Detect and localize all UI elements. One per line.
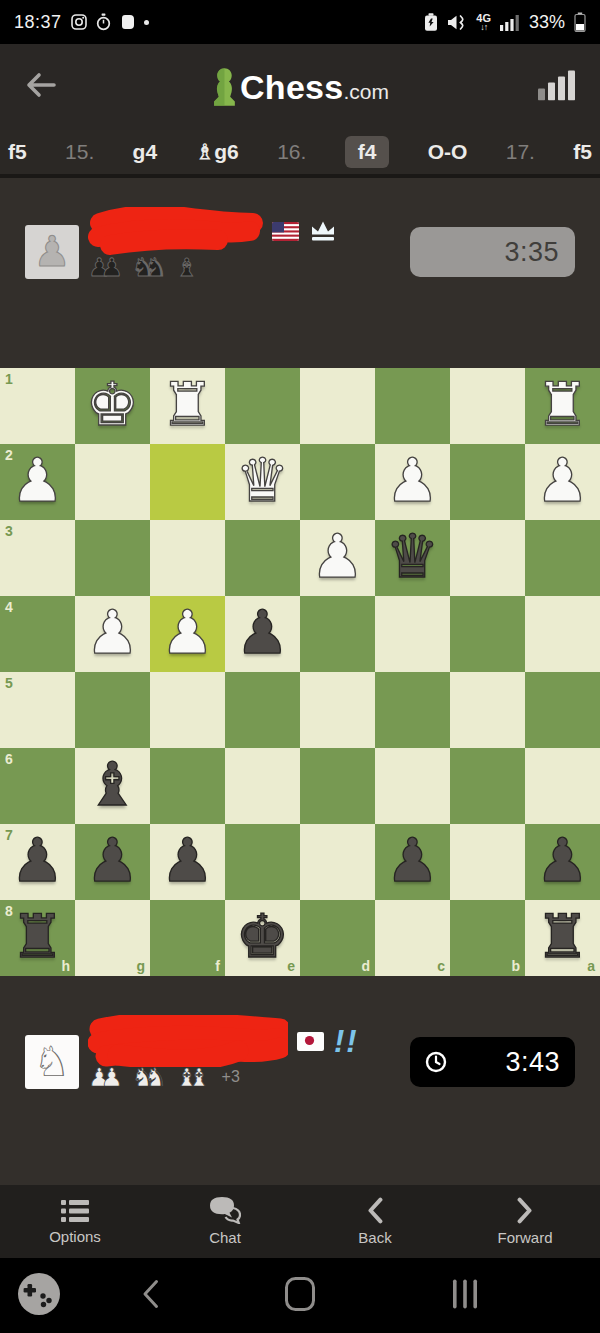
knight-avatar-icon: ♘ xyxy=(33,1041,71,1083)
square-e7[interactable] xyxy=(225,824,300,900)
notification-app-icon xyxy=(120,14,135,30)
forward-move-button[interactable]: Forward xyxy=(450,1185,600,1258)
square-h8[interactable]: 8h♜ xyxy=(0,900,75,976)
player-row-top: ♟ xyxy=(0,178,600,282)
chat-label: Chat xyxy=(209,1229,241,1246)
file-label-c: c xyxy=(437,958,445,974)
move-token[interactable]: f5 xyxy=(8,140,27,164)
rank-label-5: 5 xyxy=(5,675,13,691)
header-back-button[interactable] xyxy=(26,72,56,102)
square-b6[interactable] xyxy=(450,748,525,824)
redacted-name-scribble xyxy=(88,207,263,255)
forward-label: Forward xyxy=(497,1229,552,1246)
app-header: Chess .com xyxy=(0,44,600,130)
square-d7[interactable] xyxy=(300,824,375,900)
move-number: 15. xyxy=(65,140,94,164)
square-d5[interactable] xyxy=(300,672,375,748)
options-icon xyxy=(61,1199,89,1223)
captured-group-p: ♟♟ xyxy=(88,255,123,280)
square-f7[interactable]: ♟ xyxy=(150,824,225,900)
double-exclamation-annotation: !! xyxy=(334,1026,359,1057)
piece-wR-a1[interactable]: ♜ xyxy=(536,374,590,434)
square-b7[interactable] xyxy=(450,824,525,900)
game-toolbar: Options Chat Back Forward xyxy=(0,1185,600,1258)
options-label: Options xyxy=(49,1228,101,1245)
piece-bQ-c3[interactable]: ♛ xyxy=(386,526,440,586)
piece-wP-h2[interactable]: ♟ xyxy=(11,450,65,510)
square-d4[interactable] xyxy=(300,596,375,672)
rank-label-3: 3 xyxy=(5,523,13,539)
captured-piece-b: ♝ xyxy=(188,1065,210,1090)
back-move-button[interactable]: Back xyxy=(300,1185,450,1258)
square-f3[interactable] xyxy=(150,520,225,596)
square-c1[interactable] xyxy=(375,368,450,444)
piece-bP-h7[interactable]: ♟ xyxy=(11,830,65,890)
piece-wP-c2[interactable]: ♟ xyxy=(386,450,440,510)
back-arrow-icon xyxy=(26,72,56,98)
pawn-avatar-icon: ♟ xyxy=(33,231,71,273)
square-f6[interactable] xyxy=(150,748,225,824)
opponent-clock: 3:35 xyxy=(410,227,575,277)
mute-vibrate-icon xyxy=(447,14,467,31)
move-number: 17. xyxy=(506,140,535,164)
square-c2[interactable]: ♟ xyxy=(375,444,450,520)
piece-wQ-e2[interactable]: ♛ xyxy=(236,450,290,510)
move-token[interactable]: O-O xyxy=(428,140,468,164)
square-e2[interactable]: ♛ xyxy=(225,444,300,520)
notification-dot-icon xyxy=(144,20,149,25)
captured-group-p: ♟♟ xyxy=(88,1065,123,1090)
square-e1[interactable] xyxy=(225,368,300,444)
japan-flag-icon xyxy=(297,1032,324,1051)
status-bar: 18:37 4G ↓↑ 33% xyxy=(0,0,600,44)
rank-label-6: 6 xyxy=(5,751,13,767)
file-label-d: d xyxy=(361,958,370,974)
captured-piece-n: ♞ xyxy=(144,1065,166,1090)
piece-bK-e8[interactable]: ♚ xyxy=(236,906,290,966)
chess-board[interactable]: 1♚♜♜2♟♛♟♟3♟♛4♟♟♟56♝7♟♟♟♟♟8h♜gfe♚dcba♜ xyxy=(0,368,600,976)
file-label-b: b xyxy=(511,958,520,974)
square-g7[interactable]: ♟ xyxy=(75,824,150,900)
piece-bP-a7[interactable]: ♟ xyxy=(536,830,590,890)
piece-bP-f7[interactable]: ♟ xyxy=(161,830,215,890)
square-f8[interactable]: f xyxy=(150,900,225,976)
square-e4[interactable]: ♟ xyxy=(225,596,300,672)
game-tools-button[interactable] xyxy=(16,1271,62,1321)
square-h2[interactable]: 2♟ xyxy=(0,444,75,520)
chat-icon xyxy=(209,1197,241,1224)
square-h1[interactable]: 1 xyxy=(0,368,75,444)
square-f4[interactable]: ♟ xyxy=(150,596,225,672)
square-b2[interactable] xyxy=(450,444,525,520)
piece-wP-a2[interactable]: ♟ xyxy=(536,450,590,510)
square-a4[interactable] xyxy=(525,596,600,672)
network-4g-icon: 4G ↓↑ xyxy=(476,13,491,32)
logo-suffix: .com xyxy=(344,80,390,107)
rank-label-1: 1 xyxy=(5,371,13,387)
move-token[interactable]: f5 xyxy=(573,140,592,164)
piece-wR-f1[interactable]: ♜ xyxy=(161,374,215,434)
connection-bars-icon xyxy=(538,70,575,105)
chesscom-logo: Chess .com xyxy=(211,67,389,107)
logo-title: Chess xyxy=(240,68,344,107)
options-button[interactable]: Options xyxy=(0,1185,150,1258)
square-d2[interactable] xyxy=(300,444,375,520)
piece-bP-e4[interactable]: ♟ xyxy=(236,602,290,662)
captured-piece-p: ♟ xyxy=(100,255,122,280)
redacted-name-scribble xyxy=(88,1015,288,1067)
square-a8[interactable]: a♜ xyxy=(525,900,600,976)
square-h6[interactable]: 6 xyxy=(0,748,75,824)
captured-group-b: ♝ xyxy=(176,255,198,280)
piece-bR-a8[interactable]: ♜ xyxy=(536,906,590,966)
square-a1[interactable]: ♜ xyxy=(525,368,600,444)
piece-wP-f4[interactable]: ♟ xyxy=(161,602,215,662)
square-h5[interactable]: 5 xyxy=(0,672,75,748)
android-back-button[interactable] xyxy=(142,1279,159,1312)
square-d1[interactable] xyxy=(300,368,375,444)
square-h7[interactable]: 7♟ xyxy=(0,824,75,900)
square-a7[interactable]: ♟ xyxy=(525,824,600,900)
android-back-icon xyxy=(142,1279,159,1308)
square-f5[interactable] xyxy=(150,672,225,748)
square-c8[interactable]: c xyxy=(375,900,450,976)
piece-wK-g1[interactable]: ♚ xyxy=(86,374,140,434)
android-recents-icon xyxy=(452,1278,478,1309)
square-d3[interactable]: ♟ xyxy=(300,520,375,596)
captured-group-n: ♞♞ xyxy=(132,1065,167,1090)
android-recents-button[interactable] xyxy=(452,1278,478,1313)
gamepad-icon xyxy=(16,1271,62,1317)
square-f1[interactable]: ♜ xyxy=(150,368,225,444)
captured-group-b: ♝♝ xyxy=(176,1065,211,1090)
file-label-g: g xyxy=(136,958,145,974)
move-token[interactable]: g4 xyxy=(133,140,158,164)
move-list-bar[interactable]: f515.g4♗g616.f4O-O17.f5 xyxy=(0,130,600,178)
piece-bP-c7[interactable]: ♟ xyxy=(386,830,440,890)
us-flag-icon xyxy=(272,222,299,241)
square-e8[interactable]: e♚ xyxy=(225,900,300,976)
square-d8[interactable]: d xyxy=(300,900,375,976)
square-a6[interactable] xyxy=(525,748,600,824)
square-g5[interactable] xyxy=(75,672,150,748)
rank-label-4: 4 xyxy=(5,599,13,615)
square-g1[interactable]: ♚ xyxy=(75,368,150,444)
status-time: 18:37 xyxy=(14,12,62,33)
android-home-button[interactable] xyxy=(285,1276,316,1315)
move-number: 16. xyxy=(277,140,306,164)
back-label: Back xyxy=(358,1229,391,1246)
captured-pieces-top: ♟♟♞♞♝ xyxy=(88,252,410,282)
back-icon xyxy=(366,1197,384,1224)
battery-saver-icon xyxy=(424,13,438,31)
battery-icon xyxy=(574,12,586,32)
square-d6[interactable] xyxy=(300,748,375,824)
opponent-clock-time: 3:35 xyxy=(504,237,559,268)
piece-bP-g7[interactable]: ♟ xyxy=(86,830,140,890)
square-c4[interactable] xyxy=(375,596,450,672)
square-g8[interactable]: g xyxy=(75,900,150,976)
square-c7[interactable]: ♟ xyxy=(375,824,450,900)
piece-wP-d3[interactable]: ♟ xyxy=(311,526,365,586)
captured-group-n: ♞♞ xyxy=(132,255,167,280)
file-label-f: f xyxy=(215,958,220,974)
player-row-bottom: ♘ !! xyxy=(0,976,600,1092)
square-e6[interactable] xyxy=(225,748,300,824)
signal-bars-icon xyxy=(500,14,520,31)
piece-bR-h8[interactable]: ♜ xyxy=(11,906,65,966)
forward-icon xyxy=(516,1197,534,1224)
square-h3[interactable]: 3 xyxy=(0,520,75,596)
captured-piece-n: ♞ xyxy=(144,255,166,280)
square-g6[interactable]: ♝ xyxy=(75,748,150,824)
player-avatar[interactable]: ♘ xyxy=(25,1035,79,1089)
square-g3[interactable] xyxy=(75,520,150,596)
clock-icon xyxy=(425,1051,447,1073)
chat-button[interactable]: Chat xyxy=(150,1185,300,1258)
phone-screen: 18:37 4G ↓↑ 33% Chess .com xyxy=(0,0,600,1333)
square-b1[interactable] xyxy=(450,368,525,444)
square-f2[interactable] xyxy=(150,444,225,520)
opponent-avatar[interactable]: ♟ xyxy=(25,225,79,279)
player-clock: 3:43 xyxy=(410,1037,575,1087)
current-move[interactable]: f4 xyxy=(345,136,390,168)
square-c6[interactable] xyxy=(375,748,450,824)
square-g2[interactable] xyxy=(75,444,150,520)
square-g4[interactable]: ♟ xyxy=(75,596,150,672)
android-nav-bar xyxy=(0,1258,600,1333)
square-a5[interactable] xyxy=(525,672,600,748)
square-e5[interactable] xyxy=(225,672,300,748)
crown-badge-icon xyxy=(310,220,336,242)
captured-piece-b: ♝ xyxy=(176,255,198,280)
captured-piece-p: ♟ xyxy=(100,1065,122,1090)
square-c3[interactable]: ♛ xyxy=(375,520,450,596)
material-advantage: +3 xyxy=(222,1068,240,1086)
square-b3[interactable] xyxy=(450,520,525,596)
square-e3[interactable] xyxy=(225,520,300,596)
battery-percent: 33% xyxy=(529,12,565,33)
square-a3[interactable] xyxy=(525,520,600,596)
square-b4[interactable] xyxy=(450,596,525,672)
piece-bB-g6[interactable]: ♝ xyxy=(86,754,140,814)
square-h4[interactable]: 4 xyxy=(0,596,75,672)
player-clock-time: 3:43 xyxy=(505,1047,560,1078)
move-token[interactable]: ♗g6 xyxy=(195,140,238,164)
instagram-icon xyxy=(71,14,87,30)
square-a2[interactable]: ♟ xyxy=(525,444,600,520)
square-c5[interactable] xyxy=(375,672,450,748)
piece-wP-g4[interactable]: ♟ xyxy=(86,602,140,662)
player-area: ♘ !! xyxy=(0,976,600,1185)
pawn-logo-icon xyxy=(211,67,238,107)
android-home-icon xyxy=(285,1276,316,1311)
square-b5[interactable] xyxy=(450,672,525,748)
square-b8[interactable]: b xyxy=(450,900,525,976)
opponent-area: ♟ xyxy=(0,178,600,368)
stopwatch-icon xyxy=(96,13,111,31)
